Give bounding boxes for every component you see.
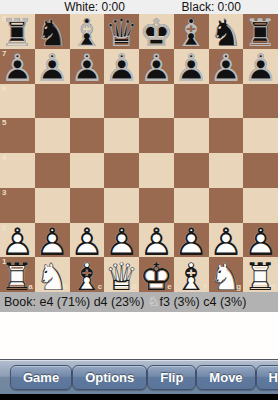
square-c6[interactable]: [70, 84, 105, 119]
piece-glyph-fill: ♟: [104, 51, 139, 86]
square-c5[interactable]: [70, 118, 105, 153]
piece-glyph-outline: ♙: [70, 51, 105, 86]
square-h1[interactable]: h♜♖: [243, 257, 278, 292]
piece-glyph-outline: ♘: [35, 259, 70, 294]
square-b5[interactable]: [35, 118, 70, 153]
square-g5[interactable]: [209, 118, 244, 153]
piece-glyph-outline: ♙: [70, 225, 105, 260]
piece-glyph-outline: ♘: [35, 16, 70, 51]
white-bishop[interactable]: ♝♗: [70, 257, 105, 292]
black-pawn[interactable]: ♟♙: [139, 49, 174, 84]
square-g2[interactable]: ♟♙: [209, 223, 244, 258]
square-a2[interactable]: 2♟♙: [0, 223, 35, 258]
square-b3[interactable]: [35, 188, 70, 223]
white-queen[interactable]: ♛♕: [104, 257, 139, 292]
square-e7[interactable]: ♟♙: [139, 49, 174, 84]
piece-glyph-outline: ♙: [0, 51, 35, 86]
square-f7[interactable]: ♟♙: [174, 49, 209, 84]
piece-glyph-fill: ♞: [35, 16, 70, 51]
piece-glyph-outline: ♗: [70, 259, 105, 294]
square-h7[interactable]: ♟♙: [243, 49, 278, 84]
piece-glyph-outline: ♙: [174, 225, 209, 260]
white-rook[interactable]: ♜♖: [0, 257, 35, 292]
square-e6[interactable]: [139, 84, 174, 119]
square-g7[interactable]: ♟♙: [209, 49, 244, 84]
piece-glyph-outline: ♙: [104, 51, 139, 86]
square-a4[interactable]: 4: [0, 153, 35, 188]
piece-glyph-fill: ♟: [70, 51, 105, 86]
piece-glyph-outline: ♙: [35, 51, 70, 86]
square-a1[interactable]: 1a♜♖: [0, 257, 35, 292]
square-c3[interactable]: [70, 188, 105, 223]
square-a6[interactable]: 6: [0, 84, 35, 119]
book-moves-text-2: f3 (3%) c4 (3%): [159, 295, 246, 309]
square-h2[interactable]: ♟♙: [243, 223, 278, 258]
square-f1[interactable]: f♝♗: [174, 257, 209, 292]
piece-glyph-fill: ♟: [0, 225, 35, 260]
piece-glyph-fill: ♟: [35, 51, 70, 86]
piece-glyph-outline: ♖: [243, 259, 278, 294]
square-e1[interactable]: e♚♔: [139, 257, 174, 292]
move-button[interactable]: Move: [196, 365, 255, 390]
empty-area: [0, 312, 278, 359]
white-pawn[interactable]: ♟♙: [35, 223, 70, 258]
book-moves-text: Book: e4 (71%) d4 (23%): [4, 295, 148, 309]
piece-glyph-fill: ♟: [174, 51, 209, 86]
flip-button[interactable]: Flip: [147, 365, 196, 390]
piece-glyph-fill: ♟: [139, 51, 174, 86]
white-clock: White: 0:00: [64, 0, 125, 14]
white-pawn[interactable]: ♟♙: [243, 223, 278, 258]
clock-bar: White: 0:00 Black: 0:00: [0, 0, 278, 14]
piece-glyph-fill: ♟: [35, 225, 70, 260]
square-e4[interactable]: [139, 153, 174, 188]
piece-glyph-outline: ♙: [209, 225, 244, 260]
square-d7[interactable]: ♟♙: [104, 49, 139, 84]
square-f4[interactable]: [174, 153, 209, 188]
piece-glyph-outline: ♗: [174, 16, 209, 51]
square-f8[interactable]: ♝♗: [174, 14, 209, 49]
square-c7[interactable]: ♟♙: [70, 49, 105, 84]
square-h8[interactable]: ♜♖: [243, 14, 278, 49]
piece-glyph-fill: ♜: [0, 16, 35, 51]
piece-glyph-outline: ♙: [35, 225, 70, 260]
piece-glyph-fill: ♟: [0, 51, 35, 86]
rank-label: 4: [2, 154, 6, 162]
square-f3[interactable]: [174, 188, 209, 223]
square-e8[interactable]: ♚♔: [139, 14, 174, 49]
piece-glyph-outline: ♖: [0, 259, 35, 294]
black-rook[interactable]: ♜♖: [0, 14, 35, 49]
white-rook[interactable]: ♜♖: [243, 257, 278, 292]
square-b7[interactable]: ♟♙: [35, 49, 70, 84]
square-a5[interactable]: 5: [0, 118, 35, 153]
square-f2[interactable]: ♟♙: [174, 223, 209, 258]
square-f6[interactable]: [174, 84, 209, 119]
piece-glyph-fill: ♜: [0, 259, 35, 294]
square-g4[interactable]: [209, 153, 244, 188]
piece-glyph-fill: ♞: [209, 259, 244, 294]
screen-bottom-edge: [0, 394, 278, 400]
square-a8[interactable]: 8♜♖: [0, 14, 35, 49]
piece-glyph-outline: ♕: [104, 16, 139, 51]
piece-glyph-fill: ♟: [139, 225, 174, 260]
piece-glyph-outline: ♙: [139, 51, 174, 86]
black-bishop[interactable]: ♝♗: [174, 14, 209, 49]
black-pawn[interactable]: ♟♙: [174, 49, 209, 84]
white-pawn[interactable]: ♟♙: [104, 223, 139, 258]
square-e2[interactable]: ♟♙: [139, 223, 174, 258]
rank-label: 6: [2, 85, 6, 93]
black-pawn[interactable]: ♟♙: [70, 49, 105, 84]
white-pawn[interactable]: ♟♙: [209, 223, 244, 258]
square-h6[interactable]: [243, 84, 278, 119]
black-pawn[interactable]: ♟♙: [243, 49, 278, 84]
piece-glyph-outline: ♙: [243, 225, 278, 260]
white-pawn[interactable]: ♟♙: [174, 223, 209, 258]
square-h4[interactable]: [243, 153, 278, 188]
opening-book-bar: Book: e4 (71%) d4 (23%) ♘f3 (3%) c4 (3%): [0, 292, 278, 312]
square-c8[interactable]: ♝♗: [70, 14, 105, 49]
piece-glyph-fill: ♛: [104, 16, 139, 51]
square-a7[interactable]: 7♟♙: [0, 49, 35, 84]
black-pawn[interactable]: ♟♙: [0, 49, 35, 84]
square-d8[interactable]: ♛♕: [104, 14, 139, 49]
game-button[interactable]: Game: [10, 365, 72, 390]
piece-glyph-fill: ♟: [209, 51, 244, 86]
piece-glyph-outline: ♗: [174, 259, 209, 294]
bottom-toolbar: Game Options Flip Move Hint: [0, 359, 278, 394]
piece-glyph-fill: ♞: [35, 259, 70, 294]
black-king[interactable]: ♚♔: [139, 14, 174, 49]
white-knight[interactable]: ♞♘: [35, 257, 70, 292]
white-pawn[interactable]: ♟♙: [0, 223, 35, 258]
piece-glyph-fill: ♟: [209, 225, 244, 260]
black-pawn[interactable]: ♟♙: [104, 49, 139, 84]
square-d2[interactable]: ♟♙: [104, 223, 139, 258]
square-c1[interactable]: c♝♗: [70, 257, 105, 292]
piece-glyph-fill: ♟: [70, 225, 105, 260]
square-g3[interactable]: [209, 188, 244, 223]
piece-glyph-outline: ♙: [243, 51, 278, 86]
piece-glyph-outline: ♔: [139, 16, 174, 51]
black-pawn[interactable]: ♟♙: [209, 49, 244, 84]
white-king[interactable]: ♚♔: [139, 257, 174, 292]
black-bishop[interactable]: ♝♗: [70, 14, 105, 49]
square-c4[interactable]: [70, 153, 105, 188]
square-d6[interactable]: [104, 84, 139, 119]
piece-glyph-outline: ♙: [0, 225, 35, 260]
piece-glyph-fill: ♜: [243, 16, 278, 51]
chess-board: 8♜♖♞♘♝♗♛♕♚♔♝♗♞♘♜♖7♟♙♟♙♟♙♟♙♟♙♟♙♟♙♟♙65432♟…: [0, 14, 278, 292]
white-pawn[interactable]: ♟♙: [139, 223, 174, 258]
piece-glyph-fill: ♛: [104, 259, 139, 294]
square-b8[interactable]: ♞♘: [35, 14, 70, 49]
black-knight[interactable]: ♞♘: [209, 14, 244, 49]
piece-glyph-outline: ♙: [209, 51, 244, 86]
square-g6[interactable]: [209, 84, 244, 119]
square-g1[interactable]: g♞♘: [209, 257, 244, 292]
piece-glyph-fill: ♝: [174, 259, 209, 294]
piece-glyph-fill: ♝: [70, 259, 105, 294]
piece-glyph-outline: ♖: [0, 16, 35, 51]
square-g8[interactable]: ♞♘: [209, 14, 244, 49]
piece-glyph-outline: ♙: [174, 51, 209, 86]
square-h3[interactable]: [243, 188, 278, 223]
square-c2[interactable]: ♟♙: [70, 223, 105, 258]
piece-glyph-outline: ♘: [209, 16, 244, 51]
piece-glyph-outline: ♕: [104, 259, 139, 294]
square-b4[interactable]: [35, 153, 70, 188]
piece-glyph-fill: ♝: [174, 16, 209, 51]
piece-glyph-fill: ♝: [70, 16, 105, 51]
white-bishop[interactable]: ♝♗: [174, 257, 209, 292]
piece-glyph-outline: ♙: [104, 225, 139, 260]
piece-glyph-fill: ♟: [243, 51, 278, 86]
piece-glyph-outline: ♔: [139, 259, 174, 294]
square-e5[interactable]: [139, 118, 174, 153]
rank-label: 5: [2, 119, 6, 127]
square-h5[interactable]: [243, 118, 278, 153]
hint-button[interactable]: Hint: [256, 365, 278, 390]
piece-glyph-fill: ♚: [139, 259, 174, 294]
square-d5[interactable]: [104, 118, 139, 153]
black-pawn[interactable]: ♟♙: [35, 49, 70, 84]
piece-glyph-fill: ♟: [174, 225, 209, 260]
white-knight[interactable]: ♞♘: [209, 257, 244, 292]
chess-app-screen: White: 0:00 Black: 0:00 8♜♖♞♘♝♗♛♕♚♔♝♗♞♘♜…: [0, 0, 278, 400]
black-clock: Black: 0:00: [182, 0, 241, 14]
piece-glyph-fill: ♞: [209, 16, 244, 51]
white-pawn[interactable]: ♟♙: [70, 223, 105, 258]
square-f5[interactable]: [174, 118, 209, 153]
rank-label: 3: [2, 189, 6, 197]
piece-glyph-outline: ♙: [139, 225, 174, 260]
square-e3[interactable]: [139, 188, 174, 223]
square-d1[interactable]: d♛♕: [104, 257, 139, 292]
black-queen[interactable]: ♛♕: [104, 14, 139, 49]
square-b2[interactable]: ♟♙: [35, 223, 70, 258]
piece-glyph-outline: ♘: [209, 259, 244, 294]
options-button[interactable]: Options: [72, 365, 147, 390]
square-b1[interactable]: b♞♘: [35, 257, 70, 292]
piece-glyph-fill: ♟: [243, 225, 278, 260]
piece-glyph-outline: ♖: [243, 16, 278, 51]
piece-glyph-fill: ♚: [139, 16, 174, 51]
piece-glyph-outline: ♗: [70, 16, 105, 51]
square-d3[interactable]: [104, 188, 139, 223]
square-d4[interactable]: [104, 153, 139, 188]
square-b6[interactable]: [35, 84, 70, 119]
square-a3[interactable]: 3: [0, 188, 35, 223]
black-rook[interactable]: ♜♖: [243, 14, 278, 49]
piece-glyph-fill: ♜: [243, 259, 278, 294]
black-knight[interactable]: ♞♘: [35, 14, 70, 49]
knight-figurine-icon: ♘: [148, 294, 160, 309]
piece-glyph-fill: ♟: [104, 225, 139, 260]
